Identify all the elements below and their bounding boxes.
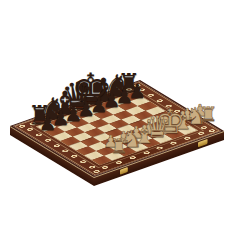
brass-clasp-icon xyxy=(120,167,128,175)
rosette-icon xyxy=(155,98,165,103)
rosette-icon xyxy=(182,136,192,141)
rosette-icon xyxy=(196,131,206,136)
chess-board xyxy=(10,80,224,177)
rosette-icon xyxy=(127,155,137,160)
rosette-icon xyxy=(169,141,179,146)
rosette-icon xyxy=(78,159,88,164)
rosette-icon xyxy=(190,120,200,125)
rosette-icon xyxy=(155,146,165,151)
rosette-icon xyxy=(69,154,79,159)
chess-set-product-photo: ♜♞♟♝♟♚♟♛♟♟♝♟♟♞♜♟♟♜♞♟♟♝♟♟♚♟♛♟♝♟♞♜ xyxy=(0,0,228,228)
rosette-icon xyxy=(114,160,124,165)
rosette-icon xyxy=(61,149,71,154)
rosette-icon xyxy=(181,115,191,120)
rosette-icon xyxy=(100,165,110,170)
rosette-icon xyxy=(87,165,97,170)
rosette-icon xyxy=(146,93,156,98)
rosette-icon xyxy=(43,138,53,143)
rosette-icon xyxy=(92,169,102,174)
rosette-icon xyxy=(25,127,35,132)
rosette-icon xyxy=(137,88,147,93)
rosette-icon xyxy=(52,143,62,148)
rosette-icon xyxy=(207,128,217,133)
rosette-icon xyxy=(163,104,173,109)
brass-hinge-icon xyxy=(198,139,208,147)
rosette-icon xyxy=(172,109,182,114)
rosette-icon xyxy=(141,151,151,156)
rosette-icon xyxy=(34,133,44,138)
